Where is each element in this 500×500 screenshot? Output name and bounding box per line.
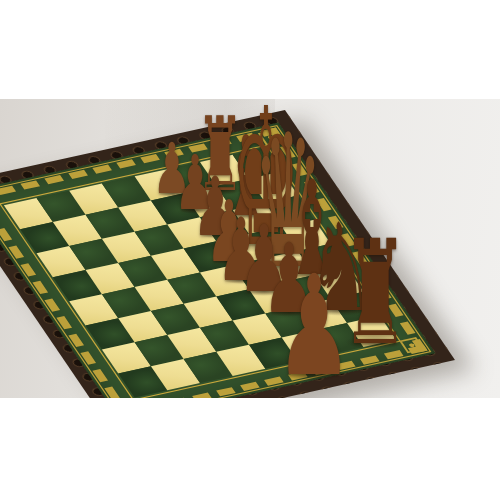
pawn-piece[interactable]: ♟ bbox=[275, 257, 352, 396]
photo-canvas: ♜♟♟♝♟♚♟♛♝♟♟♞♟♜♟ bbox=[0, 0, 500, 500]
photo-area: ♜♟♟♝♟♚♟♛♝♟♟♞♟♜♟ bbox=[0, 99, 500, 398]
pieces-layer: ♜♟♟♝♟♚♟♛♝♟♟♞♟♜♟ bbox=[0, 99, 500, 398]
